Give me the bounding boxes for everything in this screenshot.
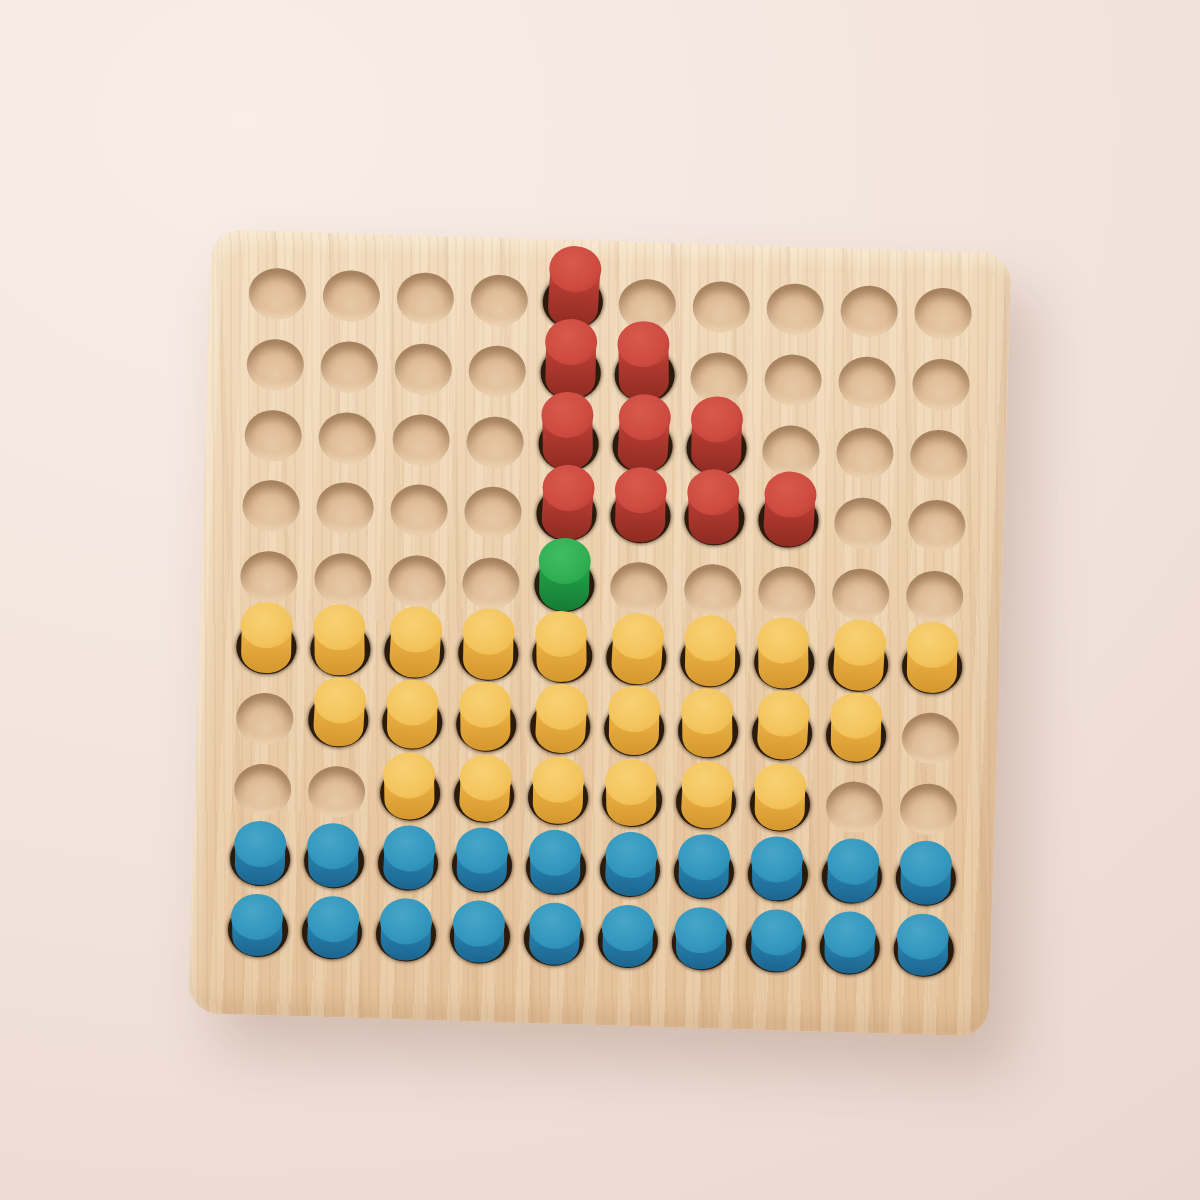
peg-blue[interactable] xyxy=(812,909,887,981)
empty-hole[interactable] xyxy=(396,272,454,325)
peg-yellow[interactable] xyxy=(668,762,746,837)
peg-yellow[interactable] xyxy=(374,683,449,755)
cell-r8-c4 xyxy=(446,756,522,829)
cell-r9-c6 xyxy=(592,831,668,904)
cell-r10-c3 xyxy=(368,895,444,968)
cell-r8-c5 xyxy=(520,758,596,831)
cell-r8-c3 xyxy=(372,754,448,827)
cell-r5-c6 xyxy=(600,548,676,621)
cell-r10-c4 xyxy=(442,898,518,971)
cell-r1-c3 xyxy=(387,259,463,332)
cell-r1-c9 xyxy=(831,272,907,345)
peg-blue[interactable] xyxy=(664,905,739,977)
cell-r8-c7 xyxy=(668,763,744,836)
empty-hole[interactable] xyxy=(389,484,447,537)
peg-blue[interactable] xyxy=(666,834,741,906)
cell-r5-c7 xyxy=(674,550,750,623)
cell-r4-c6 xyxy=(603,477,679,550)
cell-r6-c8 xyxy=(746,623,822,696)
empty-hole[interactable] xyxy=(761,424,819,477)
cell-r6-c3 xyxy=(376,612,452,685)
peg-yellow[interactable] xyxy=(598,618,676,693)
scene: { "game": "montessori-peg-board", "descr… xyxy=(0,0,1200,1200)
cell-r1-c4 xyxy=(461,261,537,334)
cell-r8-c9 xyxy=(816,767,892,840)
empty-hole[interactable] xyxy=(239,550,297,603)
peg-yellow[interactable] xyxy=(894,628,969,700)
peg-green[interactable] xyxy=(527,546,602,618)
cell-r10-c8 xyxy=(738,906,814,979)
cell-r10-c2 xyxy=(294,893,370,966)
empty-hole[interactable] xyxy=(683,564,741,617)
cell-r10-c1 xyxy=(220,891,296,964)
empty-hole[interactable] xyxy=(315,482,373,535)
cell-r5-c1 xyxy=(231,537,307,610)
empty-hole[interactable] xyxy=(320,340,378,393)
cell-r9-c8 xyxy=(740,836,816,909)
cell-r10-c5 xyxy=(516,900,592,973)
cell-r5-c5 xyxy=(526,546,602,619)
empty-hole[interactable] xyxy=(394,343,452,396)
empty-hole[interactable] xyxy=(913,287,971,340)
empty-hole[interactable] xyxy=(246,338,304,391)
cell-r5-c3 xyxy=(379,542,455,615)
peg-blue[interactable] xyxy=(518,830,593,902)
cell-r4-c8 xyxy=(750,482,826,555)
empty-hole[interactable] xyxy=(235,692,293,745)
cell-r8-c6 xyxy=(594,761,670,834)
peg-yellow[interactable] xyxy=(596,690,671,762)
peg-blue[interactable] xyxy=(885,911,960,983)
cell-r9-c10 xyxy=(888,840,964,913)
empty-hole[interactable] xyxy=(609,561,667,614)
empty-hole[interactable] xyxy=(909,429,967,482)
cell-r2-c4 xyxy=(459,332,535,405)
empty-hole[interactable] xyxy=(467,345,525,398)
peg-yellow[interactable] xyxy=(594,761,669,833)
cell-r3-c2 xyxy=(309,398,385,471)
empty-hole[interactable] xyxy=(757,566,815,619)
cell-r9-c5 xyxy=(518,829,594,902)
cell-r9-c3 xyxy=(370,825,446,898)
cell-r2-c3 xyxy=(385,329,461,402)
empty-hole[interactable] xyxy=(307,765,365,818)
peg-yellow[interactable] xyxy=(818,697,893,769)
cell-r2-c9 xyxy=(829,343,905,416)
empty-hole[interactable] xyxy=(911,358,969,411)
cell-r6-c10 xyxy=(894,628,970,701)
cell-r5-c4 xyxy=(452,544,528,617)
empty-hole[interactable] xyxy=(905,570,963,623)
cell-r9-c1 xyxy=(222,820,298,893)
peg-yellow[interactable] xyxy=(746,624,821,696)
empty-hole[interactable] xyxy=(465,416,523,469)
empty-hole[interactable] xyxy=(765,283,823,336)
cell-r4-c10 xyxy=(898,486,974,559)
peg-blue[interactable] xyxy=(296,823,371,895)
empty-hole[interactable] xyxy=(233,763,291,816)
peg-grid xyxy=(220,254,981,984)
peg-yellow[interactable] xyxy=(670,693,745,765)
peg-yellow[interactable] xyxy=(520,759,595,831)
cell-r1-c8 xyxy=(757,270,833,343)
cell-r3-c3 xyxy=(383,400,459,473)
cell-r8-c10 xyxy=(890,769,966,842)
cell-r5-c10 xyxy=(896,557,972,630)
peg-blue[interactable] xyxy=(442,898,517,970)
empty-hole[interactable] xyxy=(241,480,299,533)
cell-r6-c5 xyxy=(524,617,600,690)
cell-r5-c2 xyxy=(305,539,381,612)
cell-r4-c1 xyxy=(233,466,309,539)
peg-blue[interactable] xyxy=(814,837,892,912)
cell-r3-c4 xyxy=(457,402,533,475)
cell-r6-c6 xyxy=(598,619,674,692)
empty-hole[interactable] xyxy=(691,281,749,334)
peg-blue[interactable] xyxy=(222,821,297,893)
cell-r6-c1 xyxy=(228,608,304,681)
cell-r8-c2 xyxy=(298,752,374,825)
empty-hole[interactable] xyxy=(248,267,306,320)
cell-r7-c8 xyxy=(744,694,820,767)
cell-r4-c3 xyxy=(381,471,457,544)
cell-r4-c2 xyxy=(307,469,383,542)
peg-blue[interactable] xyxy=(592,830,670,905)
empty-hole[interactable] xyxy=(391,413,449,466)
cell-r9-c2 xyxy=(296,823,372,896)
empty-hole[interactable] xyxy=(833,497,891,550)
cell-r7-c3 xyxy=(374,683,450,756)
peg-blue[interactable] xyxy=(220,892,295,964)
cell-r1-c2 xyxy=(313,256,389,329)
cell-r6-c7 xyxy=(672,621,748,694)
peg-yellow[interactable] xyxy=(450,615,525,687)
cell-r7-c1 xyxy=(226,679,302,752)
cell-r3-c10 xyxy=(900,415,976,488)
empty-hole[interactable] xyxy=(463,486,521,539)
empty-hole[interactable] xyxy=(763,354,821,407)
empty-hole[interactable] xyxy=(839,285,897,338)
empty-hole[interactable] xyxy=(317,411,375,464)
peg-yellow[interactable] xyxy=(229,608,304,680)
peg-yellow[interactable] xyxy=(820,625,898,700)
cell-r4-c7 xyxy=(676,480,752,553)
cell-r2-c8 xyxy=(755,340,831,413)
peg-blue[interactable] xyxy=(516,899,594,974)
cell-r3-c9 xyxy=(827,413,903,486)
empty-hole[interactable] xyxy=(243,409,301,462)
peg-blue[interactable] xyxy=(444,827,519,899)
cell-r9-c7 xyxy=(666,833,742,906)
cell-r5-c8 xyxy=(748,553,824,626)
peg-yellow[interactable] xyxy=(524,617,599,689)
empty-hole[interactable] xyxy=(831,568,889,621)
empty-hole[interactable] xyxy=(387,555,445,608)
cell-r2-c1 xyxy=(237,325,313,398)
cell-r9-c4 xyxy=(444,827,520,900)
peg-yellow[interactable] xyxy=(672,621,747,693)
cell-r7-c7 xyxy=(670,692,746,765)
peg-yellow[interactable] xyxy=(522,687,600,762)
empty-hole[interactable] xyxy=(470,274,528,327)
empty-hole[interactable] xyxy=(825,780,883,833)
peg-yellow[interactable] xyxy=(376,611,454,686)
peg-red[interactable] xyxy=(750,481,828,556)
peg-blue[interactable] xyxy=(740,836,815,908)
cell-r9-c9 xyxy=(814,838,890,911)
peg-blue[interactable] xyxy=(368,896,443,968)
cell-r7-c9 xyxy=(818,696,894,769)
peg-yellow[interactable] xyxy=(742,765,817,837)
cell-r4-c4 xyxy=(455,473,531,546)
cell-r7-c10 xyxy=(892,699,968,772)
cell-r8-c1 xyxy=(224,750,300,823)
cell-r6-c9 xyxy=(820,626,896,699)
empty-hole[interactable] xyxy=(899,783,957,836)
cell-r3-c1 xyxy=(235,396,311,469)
cell-r7-c5 xyxy=(522,688,598,761)
empty-hole[interactable] xyxy=(461,557,519,610)
cell-r6-c4 xyxy=(450,615,526,688)
peg-red[interactable] xyxy=(676,480,751,552)
peg-yellow[interactable] xyxy=(744,693,822,768)
empty-hole[interactable] xyxy=(322,270,380,323)
peg-yellow[interactable] xyxy=(446,755,524,830)
empty-hole[interactable] xyxy=(901,712,959,765)
empty-hole[interactable] xyxy=(907,499,965,552)
cell-r1-c10 xyxy=(905,274,981,347)
cell-r4-c9 xyxy=(824,484,900,557)
cell-r7-c6 xyxy=(596,690,672,763)
peg-blue[interactable] xyxy=(590,902,665,974)
cell-r8-c8 xyxy=(742,765,818,838)
cell-r6-c2 xyxy=(302,610,378,683)
cell-r2-c10 xyxy=(903,345,979,418)
empty-hole[interactable] xyxy=(837,356,895,409)
empty-hole[interactable] xyxy=(835,427,893,480)
cell-r10-c10 xyxy=(886,911,962,984)
peg-blue[interactable] xyxy=(888,840,963,912)
peg-yellow[interactable] xyxy=(300,680,378,755)
cell-r1-c7 xyxy=(683,267,759,340)
cell-r10-c9 xyxy=(812,909,888,982)
cell-r5-c9 xyxy=(822,555,898,628)
peg-blue[interactable] xyxy=(294,892,372,967)
peg-red[interactable] xyxy=(603,478,678,550)
cell-r10-c7 xyxy=(664,904,740,977)
peg-yellow[interactable] xyxy=(302,611,377,683)
cell-r7-c2 xyxy=(300,681,376,754)
cell-r2-c2 xyxy=(311,327,387,400)
cell-r1-c1 xyxy=(239,254,315,327)
empty-hole[interactable] xyxy=(313,553,371,606)
cell-r7-c4 xyxy=(448,685,524,758)
peg-blue[interactable] xyxy=(738,905,816,980)
cell-r10-c6 xyxy=(590,902,666,975)
peg-yellow[interactable] xyxy=(448,686,523,758)
peg-yellow[interactable] xyxy=(372,755,447,827)
peg-board xyxy=(189,229,1012,1036)
peg-blue[interactable] xyxy=(370,824,448,899)
